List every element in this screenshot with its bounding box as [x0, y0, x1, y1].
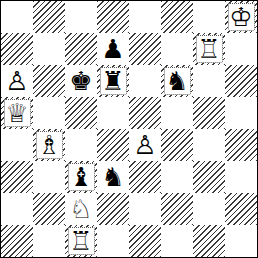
- square-f2[interactable]: [161, 193, 193, 225]
- square-c3[interactable]: ♝: [65, 161, 97, 193]
- square-c6[interactable]: ♚: [65, 65, 97, 97]
- square-f6[interactable]: ♞: [161, 65, 193, 97]
- square-f3[interactable]: [161, 161, 193, 193]
- piece-white-bishop[interactable]: ♗: [36, 131, 63, 159]
- square-h4[interactable]: [225, 129, 257, 161]
- piece-black-king[interactable]: ♚: [68, 67, 95, 95]
- square-b5[interactable]: [33, 97, 65, 129]
- piece-white-queen[interactable]: ♕: [4, 99, 31, 127]
- square-e5[interactable]: [129, 97, 161, 129]
- square-c7[interactable]: [65, 33, 97, 65]
- square-g6[interactable]: [193, 65, 225, 97]
- square-a3[interactable]: [1, 161, 33, 193]
- square-h8[interactable]: ♔: [225, 1, 257, 33]
- piece-black-knight[interactable]: ♞: [164, 67, 191, 95]
- square-a7[interactable]: [1, 33, 33, 65]
- piece-black-rook[interactable]: ♜: [100, 67, 127, 95]
- square-h7[interactable]: [225, 33, 257, 65]
- piece-white-pawn[interactable]: ♙: [132, 131, 159, 159]
- piece-white-rook[interactable]: ♖: [196, 35, 223, 63]
- piece-white-king[interactable]: ♔: [228, 3, 255, 31]
- square-g1[interactable]: [193, 225, 225, 257]
- square-e2[interactable]: [129, 193, 161, 225]
- square-a2[interactable]: [1, 193, 33, 225]
- square-d5[interactable]: [97, 97, 129, 129]
- square-f1[interactable]: [161, 225, 193, 257]
- square-h2[interactable]: [225, 193, 257, 225]
- square-d7[interactable]: ♟: [97, 33, 129, 65]
- square-b2[interactable]: [33, 193, 65, 225]
- square-b6[interactable]: [33, 65, 65, 97]
- square-c5[interactable]: [65, 97, 97, 129]
- square-b1[interactable]: [33, 225, 65, 257]
- square-g5[interactable]: [193, 97, 225, 129]
- square-b7[interactable]: [33, 33, 65, 65]
- square-a8[interactable]: [1, 1, 33, 33]
- square-d1[interactable]: [97, 225, 129, 257]
- chess-board: ♔♟♖♙♚♜♞♕♗♙♝♞♘♖: [0, 0, 258, 258]
- square-d3[interactable]: ♞: [97, 161, 129, 193]
- piece-white-rook[interactable]: ♖: [68, 227, 95, 255]
- square-e4[interactable]: ♙: [129, 129, 161, 161]
- square-h3[interactable]: [225, 161, 257, 193]
- square-b4[interactable]: ♗: [33, 129, 65, 161]
- square-e1[interactable]: [129, 225, 161, 257]
- square-a1[interactable]: [1, 225, 33, 257]
- square-a6[interactable]: ♙: [1, 65, 33, 97]
- chess-diagram: ♔♟♖♙♚♜♞♕♗♙♝♞♘♖: [0, 0, 258, 258]
- square-f8[interactable]: [161, 1, 193, 33]
- square-g8[interactable]: [193, 1, 225, 33]
- piece-black-knight[interactable]: ♞: [100, 163, 127, 191]
- square-e7[interactable]: [129, 33, 161, 65]
- square-c2[interactable]: ♘: [65, 193, 97, 225]
- piece-black-pawn[interactable]: ♟: [100, 35, 127, 63]
- square-c1[interactable]: ♖: [65, 225, 97, 257]
- square-h6[interactable]: [225, 65, 257, 97]
- square-h5[interactable]: [225, 97, 257, 129]
- square-e6[interactable]: [129, 65, 161, 97]
- square-d8[interactable]: [97, 1, 129, 33]
- square-g3[interactable]: [193, 161, 225, 193]
- square-a5[interactable]: ♕: [1, 97, 33, 129]
- square-g4[interactable]: [193, 129, 225, 161]
- piece-black-bishop[interactable]: ♝: [68, 163, 95, 191]
- square-c4[interactable]: [65, 129, 97, 161]
- square-f7[interactable]: [161, 33, 193, 65]
- square-b8[interactable]: [33, 1, 65, 33]
- square-e3[interactable]: [129, 161, 161, 193]
- square-a4[interactable]: [1, 129, 33, 161]
- square-f4[interactable]: [161, 129, 193, 161]
- piece-white-pawn[interactable]: ♙: [4, 67, 31, 95]
- square-d2[interactable]: [97, 193, 129, 225]
- square-e8[interactable]: [129, 1, 161, 33]
- square-g7[interactable]: ♖: [193, 33, 225, 65]
- square-h1[interactable]: [225, 225, 257, 257]
- piece-white-knight[interactable]: ♘: [68, 195, 95, 223]
- square-c8[interactable]: [65, 1, 97, 33]
- square-d6[interactable]: ♜: [97, 65, 129, 97]
- square-b3[interactable]: [33, 161, 65, 193]
- square-f5[interactable]: [161, 97, 193, 129]
- square-d4[interactable]: [97, 129, 129, 161]
- square-g2[interactable]: [193, 193, 225, 225]
